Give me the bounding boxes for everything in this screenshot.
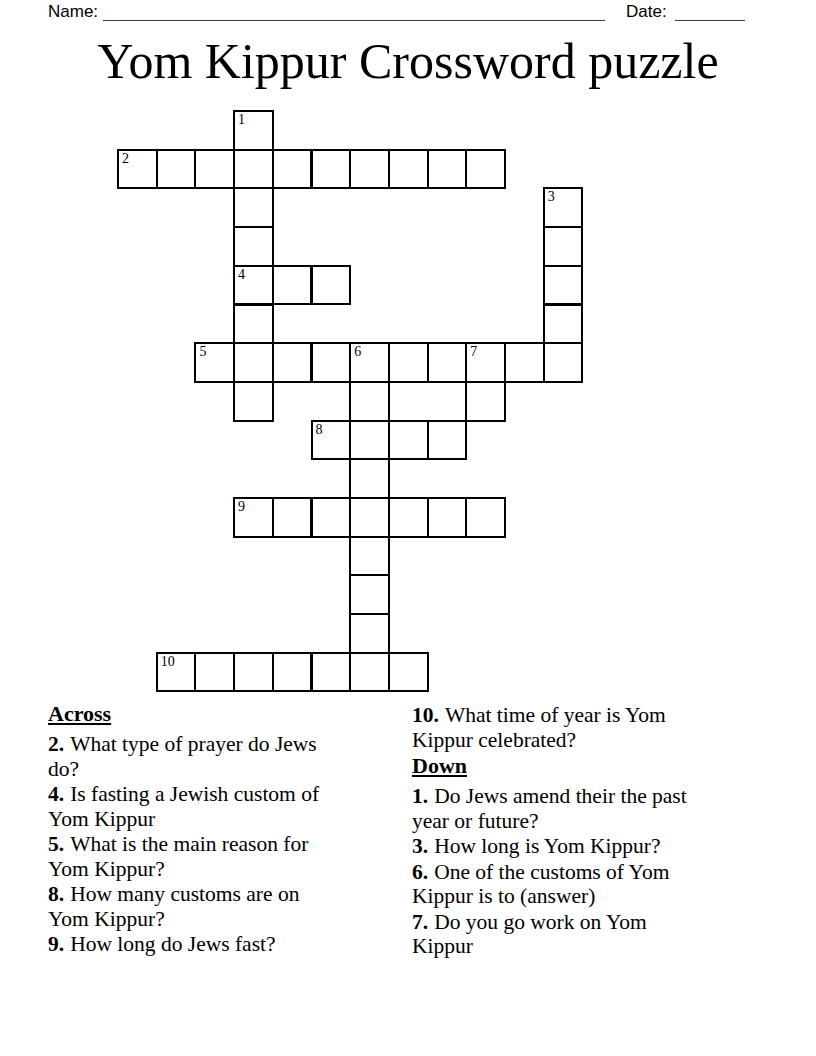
grid-cell[interactable] [349, 420, 390, 461]
cell-number: 2 [122, 151, 129, 167]
cell-number: 1 [238, 112, 245, 128]
grid-cell[interactable] [349, 149, 390, 190]
grid-cell[interactable]: 4 [233, 265, 274, 306]
clue-text: One of the customs of Yom Kippur is to (… [412, 860, 669, 909]
cell-number: 9 [238, 499, 245, 515]
name-write-line[interactable] [103, 20, 605, 21]
cell-number: 3 [548, 189, 555, 205]
grid-cell[interactable]: 6 [349, 342, 390, 383]
down-heading: Down [412, 753, 762, 779]
clue-text: Is fasting a Jewish custom of Yom Kippur [48, 782, 319, 831]
clue-across-9: 9.How long do Jews fast? [48, 932, 398, 957]
grid-cell[interactable] [311, 149, 352, 190]
grid-cell[interactable] [427, 497, 468, 538]
grid-cell[interactable] [543, 342, 584, 383]
grid-cell[interactable]: 10 [156, 652, 197, 693]
grid-cell[interactable]: 1 [233, 110, 274, 151]
clue-text: Do you go work on Yom Kippur [412, 910, 647, 959]
across-clues-column: Across 2.What type of prayer do Jews do?… [48, 701, 398, 958]
grid-cell[interactable] [388, 381, 467, 422]
grid-cell[interactable] [543, 265, 584, 306]
clue-across-4: 4.Is fasting a Jewish custom of Yom Kipp… [48, 782, 398, 831]
clue-down-6: 6.One of the customs of Yom Kippur is to… [412, 860, 762, 909]
cell-number: 5 [199, 344, 206, 360]
grid-cell[interactable] [311, 652, 352, 693]
grid-cell[interactable] [427, 149, 468, 190]
grid-cell[interactable]: 7 [465, 342, 506, 383]
down-clues-column: 10.What time of year is Yom Kippur celeb… [412, 703, 762, 960]
grid-cell[interactable] [427, 420, 468, 461]
grid-cell[interactable] [388, 497, 429, 538]
grid-cell[interactable] [427, 342, 468, 383]
grid-cell[interactable] [272, 497, 313, 538]
grid-cell[interactable] [194, 652, 235, 693]
cell-number: 6 [354, 344, 361, 360]
clue-number: 9. [48, 932, 64, 956]
clue-text: What type of prayer do Jews do? [48, 732, 317, 781]
clue-text: Do Jews amend their the past year or fut… [412, 784, 687, 833]
grid-cell[interactable] [311, 497, 352, 538]
clue-text: How long is Yom Kippur? [434, 834, 660, 858]
grid-cell[interactable] [465, 149, 506, 190]
grid-cell[interactable]: 8 [311, 420, 352, 461]
grid-cell[interactable]: 5 [194, 342, 235, 383]
across-heading: Across [48, 701, 398, 727]
grid-cell[interactable] [233, 304, 274, 345]
grid-cell[interactable] [543, 304, 584, 345]
clue-across-5: 5.What is the main reason for Yom Kippur… [48, 832, 398, 881]
grid-cell[interactable] [465, 497, 506, 538]
grid-cell[interactable] [349, 652, 390, 693]
grid-cell[interactable] [233, 226, 274, 267]
clue-down-7: 7.Do you go work on Yom Kippur [412, 910, 762, 959]
grid-cell[interactable] [233, 381, 274, 422]
clue-number: 3. [412, 834, 428, 858]
grid-cell[interactable] [349, 613, 390, 654]
grid-cell[interactable] [194, 149, 235, 190]
grid-cell[interactable] [233, 342, 274, 383]
clue-number: 2. [48, 732, 64, 756]
grid-cell[interactable] [349, 536, 390, 577]
clue-across-8: 8.How many customs are on Yom Kippur? [48, 882, 398, 931]
date-write-line[interactable] [675, 20, 745, 21]
clue-text: How long do Jews fast? [70, 932, 275, 956]
clue-number: 6. [412, 860, 428, 884]
grid-cell[interactable] [233, 652, 274, 693]
grid-cell[interactable] [349, 574, 390, 615]
clue-down-3: 3.How long is Yom Kippur? [412, 834, 762, 859]
clue-number: 5. [48, 832, 64, 856]
clue-text: What time of year is Yom Kippur celebrat… [412, 703, 666, 752]
grid-cell[interactable] [272, 342, 313, 383]
grid-cell[interactable] [349, 497, 390, 538]
grid-cell[interactable] [504, 342, 545, 383]
grid-cell[interactable] [388, 420, 429, 461]
clue-across-10: 10.What time of year is Yom Kippur celeb… [412, 703, 762, 752]
grid-cell[interactable] [233, 187, 274, 228]
worksheet-page: Name: Date: Yom Kippur Crossword puzzle … [0, 0, 816, 1056]
grid-cell[interactable] [543, 226, 584, 267]
grid-cell[interactable]: 2 [117, 149, 158, 190]
clue-number: 7. [412, 910, 428, 934]
grid-cell[interactable] [272, 149, 313, 190]
clue-across-2: 2.What type of prayer do Jews do? [48, 732, 398, 781]
clue-number: 10. [412, 703, 439, 727]
grid-cell[interactable] [311, 342, 352, 383]
name-label: Name: [48, 2, 98, 22]
clue-down-1: 1.Do Jews amend their the past year or f… [412, 784, 762, 833]
grid-cell[interactable] [388, 652, 429, 693]
grid-cell[interactable] [465, 381, 506, 422]
crossword-grid: 12345678910 [117, 110, 584, 693]
clue-text: How many customs are on Yom Kippur? [48, 882, 299, 931]
grid-cell[interactable] [311, 265, 352, 306]
grid-cell[interactable] [388, 342, 429, 383]
grid-cell[interactable] [388, 149, 429, 190]
clue-number: 1. [412, 784, 428, 808]
grid-cell[interactable] [272, 652, 313, 693]
page-title: Yom Kippur Crossword puzzle [0, 33, 816, 89]
grid-cell[interactable] [272, 265, 313, 306]
date-label: Date: [626, 2, 667, 22]
grid-cell[interactable] [233, 149, 274, 190]
cell-number: 8 [316, 422, 323, 438]
cell-number: 10 [161, 654, 175, 670]
grid-cell[interactable] [349, 458, 390, 499]
cell-number: 4 [238, 267, 245, 283]
grid-cell[interactable]: 9 [233, 497, 274, 538]
clue-number: 8. [48, 882, 64, 906]
grid-cell[interactable] [349, 381, 390, 422]
cell-number: 7 [470, 344, 477, 360]
clue-number: 4. [48, 782, 64, 806]
grid-cell[interactable] [156, 149, 197, 190]
grid-cell[interactable]: 3 [543, 187, 584, 228]
clue-text: What is the main reason for Yom Kippur? [48, 832, 308, 881]
